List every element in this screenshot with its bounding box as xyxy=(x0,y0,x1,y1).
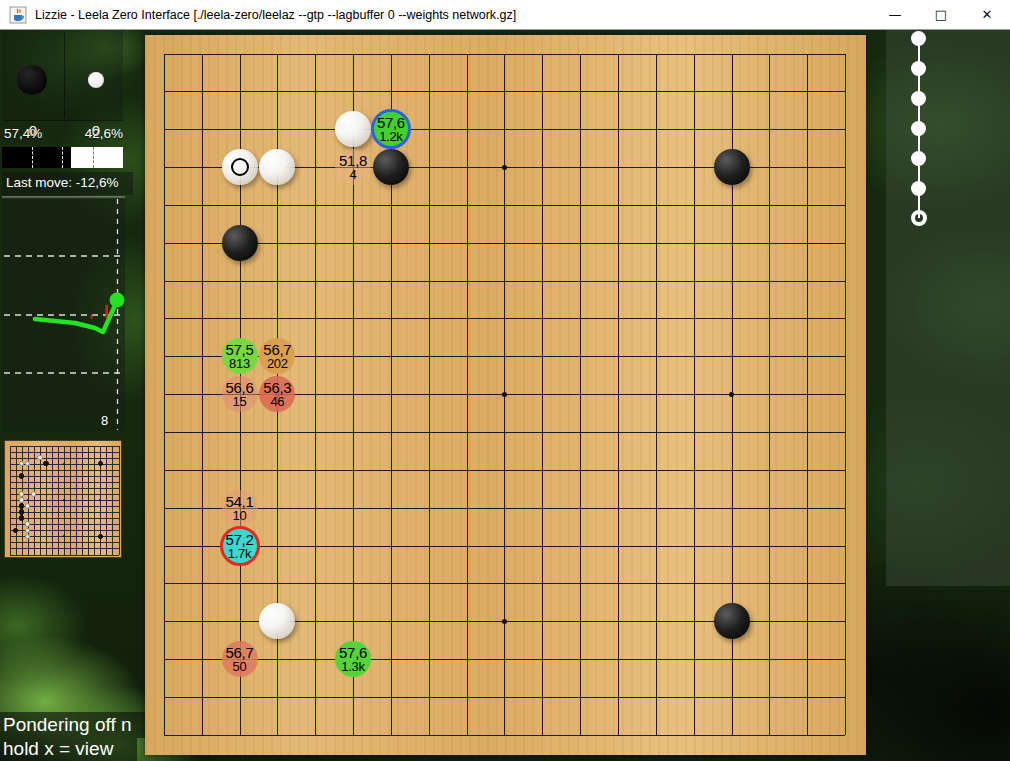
close-button[interactable]: ✕ xyxy=(964,0,1010,29)
thumb-grid-line xyxy=(10,512,119,513)
thumb-grid-line xyxy=(119,446,120,555)
window-title: Lizzie - Leela Zero Interface [./leela-z… xyxy=(35,8,516,22)
grid-line xyxy=(845,54,846,735)
star-point xyxy=(502,619,507,624)
thumb-star-point xyxy=(63,463,65,465)
stone-black-Q4 xyxy=(714,603,750,639)
grid-line xyxy=(656,54,657,735)
capture-panel: 0 0 xyxy=(2,30,123,121)
thumb-stone-black xyxy=(98,534,104,540)
candidate-C11[interactable]: 57,5813 xyxy=(222,338,258,374)
candidate-winrate: 56,3 xyxy=(263,380,291,395)
candidate-visits: 1.2k xyxy=(379,130,402,143)
candidate-C6[interactable]: 57,21.7k xyxy=(220,526,260,566)
thumb-stone-white xyxy=(25,461,31,467)
candidate-winrate: 57,6 xyxy=(377,115,405,130)
thumb-grid-line xyxy=(10,542,119,543)
thumb-stone-white xyxy=(19,461,25,467)
bar-quartile-mark xyxy=(32,147,33,168)
minimize-button[interactable]: — xyxy=(872,0,918,29)
candidate-D11[interactable]: 56,7202 xyxy=(259,338,295,374)
title-bar[interactable]: Lizzie - Leela Zero Interface [./leela-z… xyxy=(0,0,1010,30)
stone-white-F17 xyxy=(335,111,371,147)
thumb-stone-black xyxy=(98,461,104,467)
stone-black-C14 xyxy=(222,225,258,261)
bar-quartile-mark xyxy=(93,147,94,168)
candidate-D10[interactable]: 56,346 xyxy=(259,376,295,412)
app-background: 0 0 57,4% 42,6% Last move: -12,6% 8 Pond… xyxy=(0,30,1010,761)
thumb-stone-black xyxy=(19,503,25,509)
tree-node-6[interactable] xyxy=(911,210,927,226)
thumb-stone-white xyxy=(25,503,31,509)
thumb-grid-line xyxy=(70,446,71,555)
graph-move-number: 8 xyxy=(101,413,108,428)
last-move-delta: Last move: -12,6% xyxy=(2,172,133,195)
candidate-C7[interactable]: 54,110 xyxy=(222,490,258,526)
thumb-stone-white xyxy=(25,534,31,540)
candidate-C10[interactable]: 56,615 xyxy=(222,376,258,412)
tree-node-3[interactable] xyxy=(911,121,926,136)
winrate-labels: 57,4% 42,6% xyxy=(2,126,123,143)
thumb-stone-white xyxy=(19,497,25,503)
grid-line xyxy=(580,54,581,735)
thumb-grid-line xyxy=(82,446,83,555)
tree-node-4[interactable] xyxy=(911,151,926,166)
thumb-stone-white xyxy=(37,455,43,461)
thumb-grid-line xyxy=(88,446,89,555)
black-capture-stone-icon xyxy=(17,65,47,95)
stone-white-D16 xyxy=(259,149,295,185)
bar-quartile-mark xyxy=(62,147,63,168)
black-winrate: 57,4% xyxy=(4,126,42,141)
grid-line xyxy=(618,54,619,735)
candidate-winrate: 57,5 xyxy=(226,342,254,357)
thumb-stone-black xyxy=(13,528,19,534)
candidate-visits: 1.3k xyxy=(341,660,364,673)
candidate-winrate: 56,6 xyxy=(226,380,254,395)
white-winrate: 42,6% xyxy=(85,126,123,141)
candidate-winrate: 57,6 xyxy=(339,645,367,660)
white-capture-stone-icon xyxy=(88,72,104,88)
candidate-visits: 50 xyxy=(233,660,247,673)
thumb-stone-white xyxy=(31,491,37,497)
stone-black-Q16 xyxy=(714,149,750,185)
thumb-stone-black xyxy=(19,515,25,521)
variation-preview-board xyxy=(4,440,122,558)
thumb-stone-black xyxy=(19,473,25,479)
status-line-2: hold x = view xyxy=(0,738,137,761)
candidate-winrate: 57,2 xyxy=(226,532,254,547)
thumb-grid-line xyxy=(10,555,119,556)
maximize-button[interactable]: □ xyxy=(918,0,964,29)
capture-divider xyxy=(64,33,65,118)
tree-node-1[interactable] xyxy=(911,61,926,76)
star-point xyxy=(502,392,507,397)
thumb-stone-white xyxy=(25,528,31,534)
winrate-bar xyxy=(2,147,123,168)
star-point xyxy=(729,392,734,397)
grid-line xyxy=(164,432,845,433)
winrate-graph-plot xyxy=(2,197,125,432)
candidate-winrate: 54,1 xyxy=(226,494,254,509)
thumb-star-point xyxy=(63,499,65,501)
thumb-grid-line xyxy=(10,548,119,549)
variation-tree-panel xyxy=(886,30,1010,586)
candidate-F16[interactable]: 51,84 xyxy=(335,149,371,185)
candidate-winrate: 56,7 xyxy=(263,342,291,357)
stone-white-D4 xyxy=(259,603,295,639)
status-line-1: Pondering off n xyxy=(0,712,150,738)
thumb-grid-line xyxy=(112,446,113,555)
grid-line xyxy=(164,735,845,736)
stone-black-G16 xyxy=(373,149,409,185)
grid-line xyxy=(807,54,808,735)
candidate-visits: 46 xyxy=(270,395,284,408)
winrate-graph[interactable]: 8 xyxy=(2,196,125,431)
candidate-visits: 4 xyxy=(350,168,357,181)
thumb-grid-line xyxy=(10,518,119,519)
capture-panel-border xyxy=(2,120,123,121)
candidate-winrate: 51,8 xyxy=(339,153,367,168)
candidate-G17[interactable]: 57,61.2k xyxy=(371,109,411,149)
go-board[interactable]: 57,61.2k51,8457,581356,720256,61556,3465… xyxy=(145,35,866,755)
candidate-visits: 10 xyxy=(233,509,247,522)
thumb-grid-line xyxy=(94,446,95,555)
thumb-stone-black xyxy=(43,461,49,467)
candidate-F3[interactable]: 57,61.3k xyxy=(335,641,371,677)
candidate-C3[interactable]: 56,750 xyxy=(222,641,258,677)
thumb-stone-white xyxy=(19,491,25,497)
thumb-grid-line xyxy=(76,446,77,555)
candidate-visits: 1.7k xyxy=(228,547,251,560)
grid-line xyxy=(164,470,845,471)
grid-line xyxy=(164,583,845,584)
candidate-visits: 813 xyxy=(229,357,250,370)
last-move-marker xyxy=(231,158,249,176)
grid-line xyxy=(542,54,543,735)
grid-line xyxy=(694,54,695,735)
candidate-visits: 15 xyxy=(233,395,247,408)
tree-node-5[interactable] xyxy=(911,181,926,196)
tree-node-2[interactable] xyxy=(911,91,926,106)
tree-node-0[interactable] xyxy=(911,31,926,46)
grid-line xyxy=(164,659,845,660)
grid-line xyxy=(164,697,845,698)
grid-line xyxy=(164,508,845,509)
star-point xyxy=(502,165,507,170)
grid-line xyxy=(769,54,770,735)
candidate-winrate: 56,7 xyxy=(226,645,254,660)
grid-line xyxy=(164,546,845,547)
thumb-star-point xyxy=(27,499,29,501)
thumb-stone-white xyxy=(25,521,31,527)
java-icon xyxy=(9,6,27,24)
thumb-stone-black xyxy=(19,509,25,515)
candidate-visits: 202 xyxy=(267,357,288,370)
thumb-grid-line xyxy=(106,446,107,555)
